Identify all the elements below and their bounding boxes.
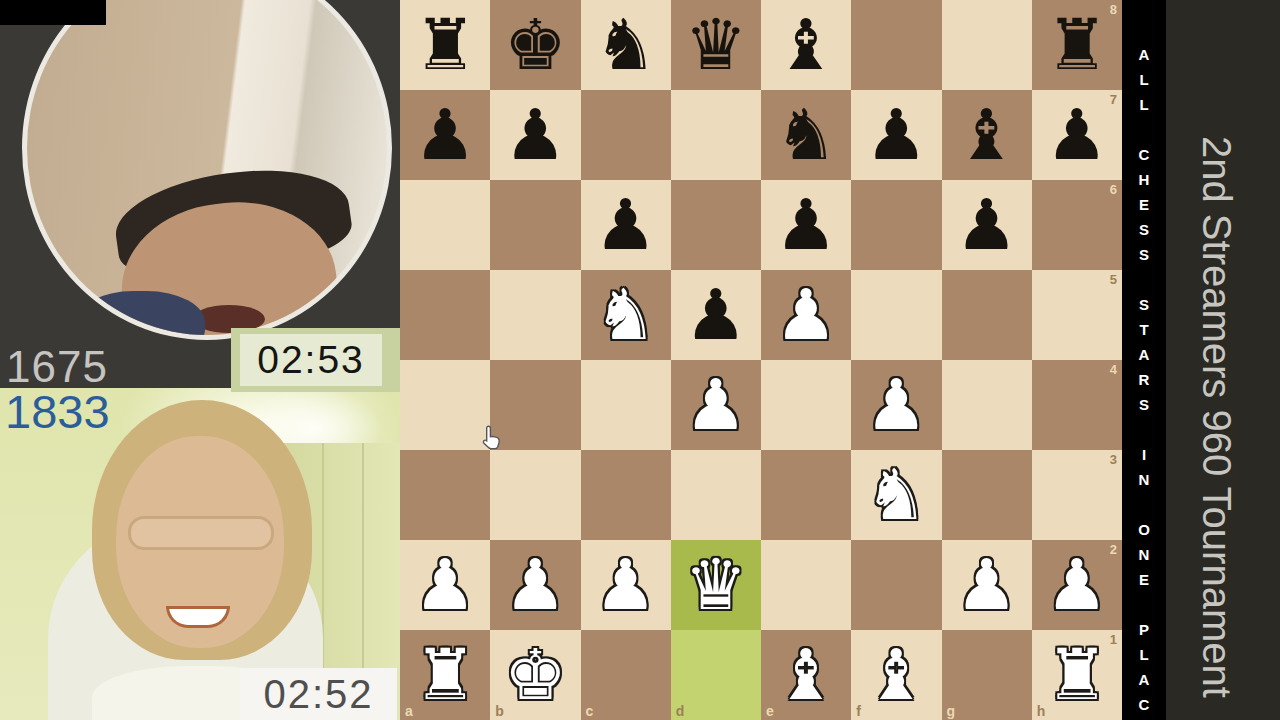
white-queen: ♛ <box>684 540 747 630</box>
bottom-player-glasses <box>128 516 274 550</box>
top-player-clock: 02:53 <box>240 334 382 386</box>
white-pawn: ♟ <box>775 270 838 360</box>
square-e5[interactable]: ♟ <box>761 270 851 360</box>
side-banner: ALL CHESS STARS IN ONE PLACE <box>1122 0 1166 720</box>
file-label-d: d <box>676 703 685 719</box>
stream-frame: 1675 1833 02:53 02:52 ♜♚♞♛♝♜8♟♟♞♟♝♟7♟♟♟6… <box>0 0 1280 720</box>
square-a2[interactable]: ♟ <box>400 540 490 630</box>
black-pawn: ♟ <box>414 90 477 180</box>
square-g8[interactable] <box>942 0 1032 90</box>
square-e7[interactable]: ♞ <box>761 90 851 180</box>
square-b7[interactable]: ♟ <box>490 90 580 180</box>
square-b6[interactable] <box>490 180 580 270</box>
rank-label-1: 1 <box>1110 632 1117 647</box>
square-h3[interactable]: 3 <box>1032 450 1122 540</box>
square-g3[interactable] <box>942 450 1032 540</box>
white-rook: ♜ <box>414 630 477 720</box>
white-knight: ♞ <box>865 450 928 540</box>
event-banner-text: 2nd Streamers 960 Tournament <box>1194 136 1239 698</box>
square-d1[interactable]: d <box>671 630 761 720</box>
square-f2[interactable] <box>851 540 941 630</box>
white-pawn: ♟ <box>865 360 928 450</box>
square-e3[interactable] <box>761 450 851 540</box>
file-label-g: g <box>947 703 956 719</box>
square-c3[interactable] <box>581 450 671 540</box>
square-a7[interactable]: ♟ <box>400 90 490 180</box>
black-pawn: ♟ <box>684 270 747 360</box>
webcam-column: 1675 1833 02:53 02:52 <box>0 0 400 720</box>
square-g2[interactable]: ♟ <box>942 540 1032 630</box>
black-rook: ♜ <box>1045 0 1108 90</box>
square-a6[interactable] <box>400 180 490 270</box>
square-h4[interactable]: 4 <box>1032 360 1122 450</box>
black-rook: ♜ <box>414 0 477 90</box>
webcam-top-video-circle <box>22 0 392 340</box>
black-queen: ♛ <box>684 0 747 90</box>
file-label-c: c <box>586 703 594 719</box>
square-a4[interactable] <box>400 360 490 450</box>
square-a1[interactable]: ♜a <box>400 630 490 720</box>
white-pawn: ♟ <box>594 540 657 630</box>
white-rook: ♜ <box>1045 630 1108 720</box>
square-b2[interactable]: ♟ <box>490 540 580 630</box>
square-d8[interactable]: ♛ <box>671 0 761 90</box>
square-b8[interactable]: ♚ <box>490 0 580 90</box>
square-f5[interactable] <box>851 270 941 360</box>
square-d6[interactable] <box>671 180 761 270</box>
file-label-h: h <box>1037 703 1046 719</box>
square-h7[interactable]: ♟7 <box>1032 90 1122 180</box>
square-f4[interactable]: ♟ <box>851 360 941 450</box>
square-e8[interactable]: ♝ <box>761 0 851 90</box>
square-g7[interactable]: ♝ <box>942 90 1032 180</box>
rank-label-8: 8 <box>1110 2 1117 17</box>
white-pawn: ♟ <box>684 360 747 450</box>
square-g6[interactable]: ♟ <box>942 180 1032 270</box>
white-pawn: ♟ <box>414 540 477 630</box>
square-c4[interactable] <box>581 360 671 450</box>
square-d3[interactable] <box>671 450 761 540</box>
square-f7[interactable]: ♟ <box>851 90 941 180</box>
square-b3[interactable] <box>490 450 580 540</box>
square-a5[interactable] <box>400 270 490 360</box>
rank-label-6: 6 <box>1110 182 1117 197</box>
square-b1[interactable]: ♚b <box>490 630 580 720</box>
white-pawn: ♟ <box>1045 540 1108 630</box>
square-a3[interactable] <box>400 450 490 540</box>
square-f3[interactable]: ♞ <box>851 450 941 540</box>
black-pawn: ♟ <box>1045 90 1108 180</box>
black-pawn: ♟ <box>865 90 928 180</box>
file-label-f: f <box>856 703 861 719</box>
square-c8[interactable]: ♞ <box>581 0 671 90</box>
square-d4[interactable]: ♟ <box>671 360 761 450</box>
square-c1[interactable]: c <box>581 630 671 720</box>
square-f1[interactable]: ♝f <box>851 630 941 720</box>
square-c2[interactable]: ♟ <box>581 540 671 630</box>
square-c5[interactable]: ♞ <box>581 270 671 360</box>
square-d7[interactable] <box>671 90 761 180</box>
side-banner-text: ALL CHESS STARS IN ONE PLACE <box>1136 0 1153 720</box>
square-f8[interactable] <box>851 0 941 90</box>
black-pawn: ♟ <box>955 180 1018 270</box>
cursor-pointer-icon <box>478 424 506 454</box>
square-g1[interactable]: g <box>942 630 1032 720</box>
corner-black-bar <box>0 0 106 25</box>
black-pawn: ♟ <box>504 90 567 180</box>
white-bishop: ♝ <box>775 630 838 720</box>
square-c6[interactable]: ♟ <box>581 180 671 270</box>
file-label-b: b <box>495 703 504 719</box>
black-pawn: ♟ <box>775 180 838 270</box>
rank-label-2: 2 <box>1110 542 1117 557</box>
square-e2[interactable] <box>761 540 851 630</box>
white-pawn: ♟ <box>504 540 567 630</box>
square-d5[interactable]: ♟ <box>671 270 761 360</box>
file-label-a: a <box>405 703 413 719</box>
black-pawn: ♟ <box>594 180 657 270</box>
square-e4[interactable] <box>761 360 851 450</box>
chess-board: ♜♚♞♛♝♜8♟♟♞♟♝♟7♟♟♟6♞♟♟5♟♟4♞3♟♟♟♛♟♟2♜a♚bcd… <box>400 0 1122 720</box>
event-banner: 2nd Streamers 960 Tournament <box>1166 0 1280 720</box>
square-f6[interactable] <box>851 180 941 270</box>
square-g5[interactable] <box>942 270 1032 360</box>
square-h6[interactable]: 6 <box>1032 180 1122 270</box>
top-player-shoulder <box>75 291 205 340</box>
square-e1[interactable]: ♝e <box>761 630 851 720</box>
square-a8[interactable]: ♜ <box>400 0 490 90</box>
file-label-e: e <box>766 703 774 719</box>
white-bishop: ♝ <box>865 630 928 720</box>
square-h1[interactable]: ♜1h <box>1032 630 1122 720</box>
square-b5[interactable] <box>490 270 580 360</box>
rank-label-4: 4 <box>1110 362 1117 377</box>
black-king: ♚ <box>504 0 567 90</box>
square-h5[interactable]: 5 <box>1032 270 1122 360</box>
square-h2[interactable]: ♟2 <box>1032 540 1122 630</box>
square-e6[interactable]: ♟ <box>761 180 851 270</box>
rank-label-5: 5 <box>1110 272 1117 287</box>
rank-label-7: 7 <box>1110 92 1117 107</box>
square-d2[interactable]: ♛ <box>671 540 761 630</box>
rank-label-3: 3 <box>1110 452 1117 467</box>
bottom-player-clock: 02:52 <box>240 668 397 720</box>
bottom-player-rating: 1833 <box>5 388 110 439</box>
white-knight: ♞ <box>594 270 657 360</box>
black-knight: ♞ <box>594 0 657 90</box>
black-knight: ♞ <box>775 90 838 180</box>
black-bishop: ♝ <box>775 0 838 90</box>
square-g4[interactable] <box>942 360 1032 450</box>
square-c7[interactable] <box>581 90 671 180</box>
white-king: ♚ <box>504 630 567 720</box>
black-bishop: ♝ <box>955 90 1018 180</box>
white-pawn: ♟ <box>955 540 1018 630</box>
top-player-rating: 1675 <box>6 342 108 388</box>
square-h8[interactable]: ♜8 <box>1032 0 1122 90</box>
